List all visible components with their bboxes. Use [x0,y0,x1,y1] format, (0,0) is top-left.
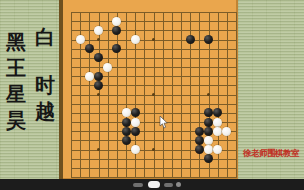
player-control-dot-icon[interactable] [176,182,181,187]
player-name-char: 越 [33,98,57,124]
white-stone [112,17,121,26]
black-stone [195,127,204,136]
player-name-char: 星 [4,81,28,107]
player-name-char: 王 [4,55,28,81]
player-name-char: 白 [33,24,57,50]
black-stone [94,72,103,81]
white-stone [85,72,94,81]
white-stone [122,108,131,117]
player-name-char: 黑 [4,29,28,55]
white-stone [94,26,103,35]
black-stone [131,108,140,117]
video-frame: 黑王星昊 白 时越 徐老师围棋教室 [0,0,304,190]
watermark-text: 徐老师围棋教室 [243,148,303,160]
video-control-bar[interactable] [0,179,304,190]
white-stone [213,127,222,136]
star-point [97,93,100,96]
black-stone [204,118,213,127]
black-stone [186,35,195,44]
star-point [152,38,155,41]
player-control-left-glyph[interactable] [133,183,143,187]
black-stone [204,35,213,44]
white-stone [131,145,140,154]
black-stone [122,118,131,127]
black-stone [94,81,103,90]
player-control-right-glyph[interactable] [164,183,173,187]
black-stone [122,127,131,136]
white-stone [131,118,140,127]
white-player-label: 白 [33,24,57,50]
go-board [63,0,238,179]
black-stone [122,136,131,145]
white-stone [131,35,140,44]
black-stone [195,136,204,145]
player-name-char: 昊 [4,107,28,133]
white-stone [204,136,213,145]
black-stone [195,145,204,154]
black-stone [204,127,213,136]
player-name-char: 时 [33,72,57,98]
white-stone [213,118,222,127]
black-stone [85,44,94,53]
white-stone [103,63,112,72]
black-stone [131,127,140,136]
white-player-name: 时越 [33,72,57,124]
white-stone [76,35,85,44]
black-player-column: 黑王星昊 [4,29,28,133]
playhead-pill[interactable] [148,181,160,188]
star-point [97,38,100,41]
mouse-cursor-icon [159,116,168,129]
